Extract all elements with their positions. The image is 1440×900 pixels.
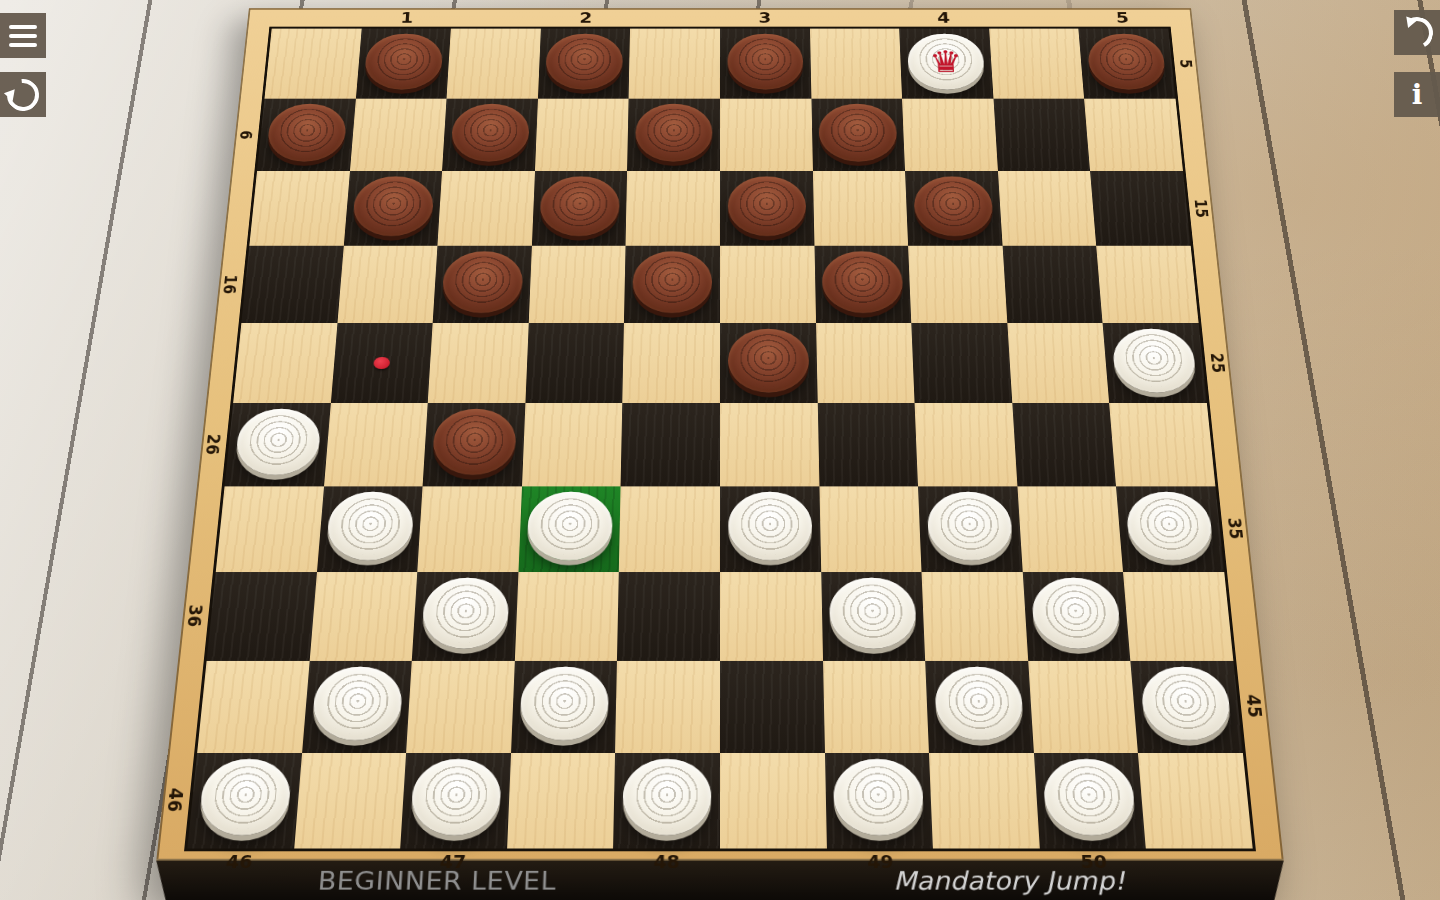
dark-man-8[interactable] xyxy=(635,104,713,162)
square-33[interactable] xyxy=(720,486,821,572)
square-light xyxy=(197,661,309,753)
square-13[interactable] xyxy=(720,171,814,246)
white-king-4[interactable]: ♛ xyxy=(907,33,986,89)
square-12[interactable] xyxy=(532,171,628,246)
white-man-46[interactable] xyxy=(197,759,293,835)
white-man-49[interactable] xyxy=(833,759,924,835)
square-light xyxy=(1138,753,1252,849)
dark-man-13[interactable] xyxy=(727,176,806,236)
square-light xyxy=(324,403,428,486)
coord-right-15: 15 xyxy=(1191,199,1212,218)
square-light xyxy=(623,323,720,403)
square-9[interactable] xyxy=(811,99,905,171)
coord-left-26: 26 xyxy=(202,434,224,455)
square-light xyxy=(216,486,324,572)
square-8[interactable] xyxy=(627,99,720,171)
square-light xyxy=(615,661,720,753)
coord-top-4: 4 xyxy=(937,9,951,25)
square-light xyxy=(810,29,903,99)
white-man-40[interactable] xyxy=(1031,578,1122,649)
square-light xyxy=(515,572,619,661)
play-area: ♛ xyxy=(184,27,1256,852)
square-34[interactable] xyxy=(918,486,1022,572)
white-man-31[interactable] xyxy=(326,492,415,561)
square-light xyxy=(1109,403,1215,486)
square-3[interactable] xyxy=(720,29,811,99)
square-25[interactable] xyxy=(1103,323,1207,403)
square-light xyxy=(720,99,813,171)
dark-man-3[interactable] xyxy=(727,33,803,89)
square-36[interactable] xyxy=(207,572,317,661)
square-light xyxy=(1007,323,1109,403)
square-37[interactable] xyxy=(412,572,518,661)
white-man-35[interactable] xyxy=(1125,492,1215,561)
square-32[interactable] xyxy=(518,486,621,572)
dark-man-2[interactable] xyxy=(545,33,623,89)
coord-left-6: 6 xyxy=(236,130,256,139)
square-light xyxy=(309,572,417,661)
square-light xyxy=(720,403,819,486)
square-light xyxy=(720,246,816,323)
square-light xyxy=(428,323,529,403)
square-light xyxy=(522,403,623,486)
square-light xyxy=(350,99,447,171)
square-23[interactable] xyxy=(720,323,817,403)
dark-man-18[interactable] xyxy=(632,251,712,313)
board-front-face: BEGINNER LEVEL Mandatory Jump! xyxy=(152,861,1288,900)
square-light xyxy=(922,572,1028,661)
square-47[interactable] xyxy=(400,753,510,849)
square-light xyxy=(989,29,1084,99)
square-light xyxy=(507,753,616,849)
square-20[interactable] xyxy=(1002,246,1102,323)
square-light xyxy=(1028,661,1138,753)
move-target-dot xyxy=(374,357,391,369)
coord-bottom-46: 46 xyxy=(225,851,253,871)
king-crown-icon: ♛ xyxy=(907,33,986,89)
square-10[interactable] xyxy=(993,99,1090,171)
white-man-50[interactable] xyxy=(1042,759,1136,835)
white-man-44[interactable] xyxy=(934,667,1025,741)
square-light xyxy=(447,29,541,99)
square-light xyxy=(823,661,929,753)
square-light xyxy=(619,486,720,572)
square-light xyxy=(1097,246,1199,323)
white-man-47[interactable] xyxy=(410,759,503,835)
white-man-41[interactable] xyxy=(311,667,403,741)
square-43[interactable] xyxy=(720,661,825,753)
coord-top-3: 3 xyxy=(758,9,771,25)
square-6[interactable] xyxy=(257,99,356,171)
square-35[interactable] xyxy=(1116,486,1224,572)
square-5[interactable] xyxy=(1079,29,1176,99)
dark-man-9[interactable] xyxy=(818,104,897,162)
square-24[interactable] xyxy=(911,323,1012,403)
white-man-48[interactable] xyxy=(622,759,711,835)
square-light xyxy=(337,246,437,323)
square-27[interactable] xyxy=(423,403,525,486)
dark-man-23[interactable] xyxy=(728,329,810,393)
square-light xyxy=(629,29,720,99)
undo-arrow-icon xyxy=(1397,13,1436,52)
square-light xyxy=(417,486,521,572)
square-29[interactable] xyxy=(817,403,918,486)
square-light xyxy=(915,403,1017,486)
square-15[interactable] xyxy=(1090,171,1190,246)
coord-right-45: 45 xyxy=(1243,695,1267,718)
square-42[interactable] xyxy=(511,661,617,753)
square-light xyxy=(819,486,922,572)
square-light xyxy=(294,753,406,849)
square-48[interactable] xyxy=(613,753,720,849)
square-17[interactable] xyxy=(433,246,532,323)
coord-top-5: 5 xyxy=(1115,9,1129,25)
square-2[interactable] xyxy=(538,29,631,99)
square-7[interactable] xyxy=(442,99,538,171)
square-light xyxy=(720,753,827,849)
info-icon: i xyxy=(1412,81,1423,109)
coord-left-16: 16 xyxy=(220,275,241,294)
coord-right-5: 5 xyxy=(1176,59,1195,68)
dark-man-11[interactable] xyxy=(352,176,435,236)
square-44[interactable] xyxy=(925,661,1033,753)
square-light xyxy=(929,753,1039,849)
white-man-37[interactable] xyxy=(421,578,510,649)
square-light xyxy=(902,99,998,171)
square-light xyxy=(813,171,909,246)
coord-top-1: 1 xyxy=(400,9,414,25)
square-light xyxy=(406,661,514,753)
checkers-board: ♛ BEGINNER LEVEL Mandatory Jump! 1234546… xyxy=(152,8,1288,900)
square-16[interactable] xyxy=(241,246,343,323)
coord-bottom-50: 50 xyxy=(1080,851,1108,871)
menu-button[interactable] xyxy=(0,13,46,58)
square-49[interactable] xyxy=(825,753,934,849)
square-light xyxy=(1084,99,1183,171)
square-light xyxy=(998,171,1097,246)
dark-man-14[interactable] xyxy=(913,176,994,236)
coord-bottom-47: 47 xyxy=(439,851,466,871)
square-light xyxy=(626,171,720,246)
dark-man-19[interactable] xyxy=(822,251,904,313)
dark-man-1[interactable] xyxy=(364,33,444,89)
square-1[interactable] xyxy=(356,29,451,99)
white-man-26[interactable] xyxy=(234,409,323,475)
square-31[interactable] xyxy=(317,486,423,572)
coord-right-25: 25 xyxy=(1207,353,1229,373)
square-light xyxy=(535,99,629,171)
white-man-45[interactable] xyxy=(1139,667,1233,741)
dark-man-6[interactable] xyxy=(265,104,347,162)
square-38[interactable] xyxy=(617,572,720,661)
coord-right-35: 35 xyxy=(1224,518,1247,540)
dark-man-27[interactable] xyxy=(431,409,517,475)
square-46[interactable] xyxy=(187,753,301,849)
white-man-33[interactable] xyxy=(728,492,813,561)
white-man-25[interactable] xyxy=(1111,329,1198,393)
difficulty-label: BEGINNER LEVEL xyxy=(317,866,557,895)
coord-left-36: 36 xyxy=(184,605,207,627)
dark-man-17[interactable] xyxy=(441,251,524,313)
app-screen: ♛ BEGINNER LEVEL Mandatory Jump! 1234546… xyxy=(0,0,1440,900)
square-39[interactable] xyxy=(821,572,925,661)
square-26[interactable] xyxy=(225,403,331,486)
hamburger-icon xyxy=(9,25,37,47)
square-28[interactable] xyxy=(621,403,720,486)
coord-left-46: 46 xyxy=(163,788,187,812)
square-light xyxy=(1017,486,1123,572)
white-man-42[interactable] xyxy=(520,667,609,741)
dark-man-7[interactable] xyxy=(450,104,530,162)
square-light xyxy=(264,29,361,99)
square-light xyxy=(249,171,349,246)
coord-bottom-49: 49 xyxy=(867,851,894,871)
square-light xyxy=(908,246,1007,323)
square-45[interactable] xyxy=(1131,661,1243,753)
coord-top-2: 2 xyxy=(579,9,592,25)
square-11[interactable] xyxy=(343,171,442,246)
square-19[interactable] xyxy=(814,246,911,323)
square-light xyxy=(233,323,337,403)
restart-arrow-icon xyxy=(0,72,45,117)
restart-button[interactable] xyxy=(0,72,46,117)
white-man-32[interactable] xyxy=(527,492,613,561)
square-50[interactable] xyxy=(1034,753,1146,849)
square-light xyxy=(816,323,915,403)
info-button[interactable]: i xyxy=(1394,72,1440,117)
square-light xyxy=(1123,572,1233,661)
square-18[interactable] xyxy=(624,246,720,323)
dark-man-12[interactable] xyxy=(540,176,620,236)
square-4[interactable]: ♛ xyxy=(899,29,993,99)
square-light xyxy=(529,246,626,323)
square-40[interactable] xyxy=(1023,572,1131,661)
square-light xyxy=(438,171,535,246)
square-14[interactable] xyxy=(905,171,1002,246)
square-light xyxy=(720,572,823,661)
white-man-34[interactable] xyxy=(926,492,1013,561)
white-man-39[interactable] xyxy=(829,578,917,649)
dark-man-5[interactable] xyxy=(1086,33,1167,89)
square-22[interactable] xyxy=(525,323,624,403)
coord-bottom-48: 48 xyxy=(653,851,679,871)
undo-button[interactable] xyxy=(1394,10,1440,55)
square-21[interactable] xyxy=(330,323,432,403)
square-30[interactable] xyxy=(1012,403,1116,486)
square-41[interactable] xyxy=(302,661,412,753)
